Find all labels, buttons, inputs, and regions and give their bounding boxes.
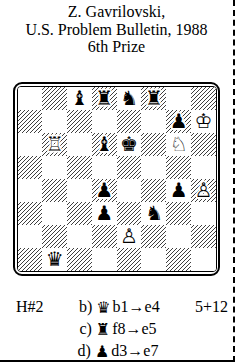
title-award: 6th Prize	[0, 38, 233, 56]
square-c6	[67, 133, 92, 156]
square-d2	[92, 225, 117, 248]
black-pawn-d3: ♟	[95, 202, 113, 225]
square-a4	[18, 179, 43, 202]
square-g5	[166, 156, 191, 179]
square-e8: ♞	[117, 87, 142, 110]
square-h4: ♙	[191, 179, 216, 202]
square-g1	[166, 248, 191, 271]
square-b3	[42, 202, 67, 225]
square-e2: ♙	[117, 225, 142, 248]
twin-c: c)♜f8→e5	[79, 320, 156, 337]
piece-count: 5+12	[195, 296, 228, 317]
square-e1	[117, 248, 142, 271]
square-h2	[191, 225, 216, 248]
square-g3	[166, 202, 191, 225]
twin-b-label: b)	[79, 298, 92, 315]
square-h8	[191, 87, 216, 110]
black-queen-figurine-icon: ♛	[96, 298, 110, 317]
square-b2	[42, 225, 67, 248]
square-f8: ♜	[141, 87, 166, 110]
twin-c-label: c)	[79, 320, 91, 337]
square-a1	[18, 248, 43, 271]
white-pawn-h4: ♙	[195, 179, 213, 202]
square-e3	[117, 202, 142, 225]
square-b7	[42, 110, 67, 133]
square-g7: ♟	[166, 110, 191, 133]
table-border-bottom	[0, 360, 234, 362]
square-b8	[42, 87, 67, 110]
square-c3	[67, 202, 92, 225]
white-rook-b6: ♖	[46, 133, 64, 156]
chess-board-grid: ♝♜♞♜♟♔♖♝♚♘♟♟♙♟♞♙♛	[18, 87, 216, 272]
black-rook-figurine-icon: ♜	[96, 320, 110, 339]
twin-b-move: b1→e4	[113, 298, 160, 315]
stipulation: H#2	[16, 296, 44, 317]
white-knight-g6: ♘	[170, 133, 188, 156]
square-f2	[141, 225, 166, 248]
caption-line-2: c)♜f8→e5	[16, 318, 228, 340]
square-b4	[42, 179, 67, 202]
caption: H#2 b)♛b1→e4 5+12 c)♜f8→e5 d)♟d3→e7	[16, 296, 228, 362]
white-king-h7: ♔	[195, 110, 213, 133]
square-g6: ♘	[166, 133, 191, 156]
square-a6	[18, 133, 43, 156]
square-d7	[92, 110, 117, 133]
square-a3	[18, 202, 43, 225]
twin-b: b)♛b1→e4	[79, 296, 160, 318]
square-e7	[117, 110, 142, 133]
problem-title: Z. Gavrilovski, U.S. Problem Bulletin, 1…	[0, 3, 233, 56]
twin-d-move: d3→e7	[111, 342, 158, 359]
black-bishop-d6: ♝	[95, 133, 113, 156]
square-b5	[42, 156, 67, 179]
square-d5	[92, 156, 117, 179]
square-d4: ♟	[92, 179, 117, 202]
square-h1	[191, 248, 216, 271]
square-f3: ♞	[141, 202, 166, 225]
black-knight-e8: ♞	[120, 87, 138, 110]
black-pawn-d4: ♟	[95, 179, 113, 202]
square-g2	[166, 225, 191, 248]
chess-board-inner-frame: ♝♜♞♜♟♔♖♝♚♘♟♟♙♟♞♙♛	[17, 86, 217, 273]
square-d3: ♟	[92, 202, 117, 225]
square-h5	[191, 156, 216, 179]
square-f6	[141, 133, 166, 156]
square-e6: ♚	[117, 133, 142, 156]
black-queen-b1: ♛	[46, 248, 64, 271]
black-knight-f3: ♞	[145, 202, 163, 225]
twin-d: d)♟d3→e7	[78, 342, 159, 359]
black-pawn-g4: ♟	[170, 179, 188, 202]
square-e5	[117, 156, 142, 179]
table-border-right	[233, 0, 235, 362]
twin-c-move: f8→e5	[112, 320, 156, 337]
caption-line-1: H#2 b)♛b1→e4 5+12	[16, 296, 228, 318]
square-a2	[18, 225, 43, 248]
square-a5	[18, 156, 43, 179]
square-d1	[92, 248, 117, 271]
white-pawn-e2: ♙	[120, 225, 138, 248]
black-pawn-g7: ♟	[170, 110, 188, 133]
black-pawn-figurine-icon: ♟	[95, 342, 109, 361]
square-h7: ♔	[191, 110, 216, 133]
square-h6	[191, 133, 216, 156]
square-h3	[191, 202, 216, 225]
square-f5	[141, 156, 166, 179]
twin-d-label: d)	[78, 342, 91, 359]
square-f4	[141, 179, 166, 202]
square-c2	[67, 225, 92, 248]
square-d6: ♝	[92, 133, 117, 156]
square-e4	[117, 179, 142, 202]
square-b1: ♛	[42, 248, 67, 271]
title-source: U.S. Problem Bulletin, 1988	[0, 21, 233, 39]
square-c5	[67, 156, 92, 179]
square-a8	[18, 87, 43, 110]
square-a7	[18, 110, 43, 133]
page: Z. Gavrilovski, U.S. Problem Bulletin, 1…	[0, 0, 240, 364]
black-bishop-c8: ♝	[71, 87, 89, 110]
square-b6: ♖	[42, 133, 67, 156]
square-f1	[141, 248, 166, 271]
square-c7	[67, 110, 92, 133]
caption-line-3: d)♟d3→e7	[16, 340, 228, 362]
square-g8	[166, 87, 191, 110]
square-c4	[67, 179, 92, 202]
square-d8: ♜	[92, 87, 117, 110]
square-f7	[141, 110, 166, 133]
chess-board: ♝♜♞♜♟♔♖♝♚♘♟♟♙♟♞♙♛	[13, 82, 220, 276]
black-rook-f8: ♜	[145, 87, 163, 110]
black-king-e6: ♚	[120, 133, 138, 156]
square-c8: ♝	[67, 87, 92, 110]
square-g4: ♟	[166, 179, 191, 202]
title-author: Z. Gavrilovski,	[0, 3, 233, 21]
black-rook-d8: ♜	[95, 87, 113, 110]
square-c1	[67, 248, 92, 271]
